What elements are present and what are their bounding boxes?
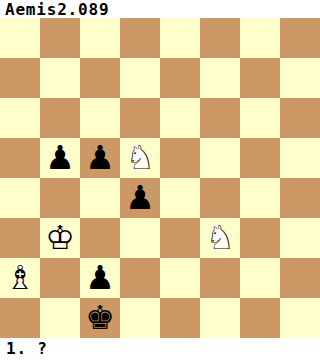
square-d5[interactable]: ♞♘ [120,138,160,178]
square-b3[interactable]: ♚♔ [40,218,80,258]
square-a7[interactable] [0,58,40,98]
square-f4[interactable] [200,178,240,218]
square-f6[interactable] [200,98,240,138]
square-g6[interactable] [240,98,280,138]
square-c2[interactable]: ♟ [80,258,120,298]
square-e3[interactable] [160,218,200,258]
square-d7[interactable] [120,58,160,98]
piece-white-bishop[interactable]: ♗ [0,258,40,298]
square-c6[interactable] [80,98,120,138]
square-b4[interactable] [40,178,80,218]
piece-white-king[interactable]: ♔ [40,218,80,258]
square-d8[interactable] [120,18,160,58]
square-a5[interactable] [0,138,40,178]
square-e8[interactable] [160,18,200,58]
square-b8[interactable] [40,18,80,58]
square-f5[interactable] [200,138,240,178]
piece-black-pawn[interactable]: ♟ [40,138,80,178]
piece-white-knight[interactable]: ♘ [200,218,240,258]
square-d6[interactable] [120,98,160,138]
piece-black-pawn[interactable]: ♟ [120,178,160,218]
square-b6[interactable] [40,98,80,138]
square-h7[interactable] [280,58,320,98]
square-a6[interactable] [0,98,40,138]
square-b1[interactable] [40,298,80,338]
square-b2[interactable] [40,258,80,298]
square-h1[interactable] [280,298,320,338]
square-e1[interactable] [160,298,200,338]
diagram-title: Aemis2.089 [5,0,109,19]
square-g5[interactable] [240,138,280,178]
square-b5[interactable]: ♟ [40,138,80,178]
piece-black-pawn[interactable]: ♟ [80,258,120,298]
square-h6[interactable] [280,98,320,138]
square-e4[interactable] [160,178,200,218]
square-e7[interactable] [160,58,200,98]
square-h5[interactable] [280,138,320,178]
square-a2[interactable]: ♝♗ [0,258,40,298]
square-d1[interactable] [120,298,160,338]
square-h3[interactable] [280,218,320,258]
square-a3[interactable] [0,218,40,258]
square-g3[interactable] [240,218,280,258]
square-e6[interactable] [160,98,200,138]
square-f7[interactable] [200,58,240,98]
square-a4[interactable] [0,178,40,218]
square-g4[interactable] [240,178,280,218]
square-f3[interactable]: ♞♘ [200,218,240,258]
square-h8[interactable] [280,18,320,58]
square-c3[interactable] [80,218,120,258]
piece-black-pawn[interactable]: ♟ [80,138,120,178]
square-c4[interactable] [80,178,120,218]
square-e2[interactable] [160,258,200,298]
square-d2[interactable] [120,258,160,298]
square-d3[interactable] [120,218,160,258]
square-g7[interactable] [240,58,280,98]
square-c5[interactable]: ♟ [80,138,120,178]
square-f8[interactable] [200,18,240,58]
square-c1[interactable]: ♚ [80,298,120,338]
piece-white-knight[interactable]: ♘ [120,138,160,178]
square-h2[interactable] [280,258,320,298]
move-prompt: 1. ? [6,339,48,358]
piece-black-king[interactable]: ♚ [80,298,120,338]
chess-board: ♟♟♞♘♟♚♔♞♘♝♗♟♚ [0,18,320,338]
square-e5[interactable] [160,138,200,178]
square-g2[interactable] [240,258,280,298]
square-g1[interactable] [240,298,280,338]
square-a1[interactable] [0,298,40,338]
square-c8[interactable] [80,18,120,58]
square-a8[interactable] [0,18,40,58]
square-b7[interactable] [40,58,80,98]
square-c7[interactable] [80,58,120,98]
square-g8[interactable] [240,18,280,58]
square-f1[interactable] [200,298,240,338]
square-f2[interactable] [200,258,240,298]
square-d4[interactable]: ♟ [120,178,160,218]
square-h4[interactable] [280,178,320,218]
